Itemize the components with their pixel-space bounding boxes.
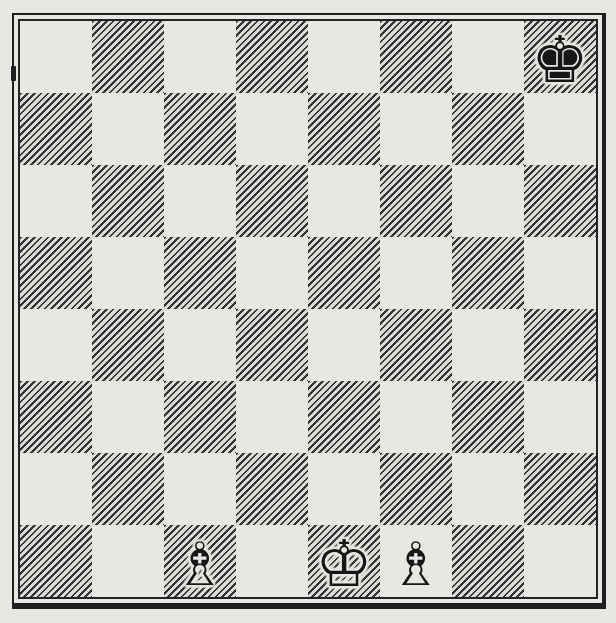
square-d8[interactable] [236,21,308,93]
ink-artifact [11,66,16,81]
square-b5[interactable] [92,237,164,309]
chess-board-inner-frame: ♚♗♔♗ [18,19,598,599]
square-e3[interactable] [308,381,380,453]
square-a1[interactable] [20,525,92,597]
square-d2[interactable] [236,453,308,525]
square-c2[interactable] [164,453,236,525]
piece-black-king[interactable]: ♚ [531,28,588,92]
square-d7[interactable] [236,93,308,165]
square-a5[interactable] [20,237,92,309]
square-g7[interactable] [452,93,524,165]
square-e7[interactable] [308,93,380,165]
square-d6[interactable] [236,165,308,237]
square-g3[interactable] [452,381,524,453]
square-c8[interactable] [164,21,236,93]
square-f8[interactable] [380,21,452,93]
piece-white-bishop[interactable]: ♗ [173,534,227,594]
square-g6[interactable] [452,165,524,237]
square-c3[interactable] [164,381,236,453]
square-a7[interactable] [20,93,92,165]
chess-board-frame: ♚♗♔♗ [12,13,606,609]
square-a8[interactable] [20,21,92,93]
square-g8[interactable] [452,21,524,93]
square-d5[interactable] [236,237,308,309]
square-h6[interactable] [524,165,596,237]
square-f5[interactable] [380,237,452,309]
square-h8[interactable]: ♚ [524,21,596,93]
square-b6[interactable] [92,165,164,237]
square-a3[interactable] [20,381,92,453]
square-b4[interactable] [92,309,164,381]
square-f3[interactable] [380,381,452,453]
piece-white-king[interactable]: ♔ [315,532,372,596]
square-f1[interactable]: ♗ [380,525,452,597]
square-d3[interactable] [236,381,308,453]
square-g1[interactable] [452,525,524,597]
square-a2[interactable] [20,453,92,525]
square-d1[interactable] [236,525,308,597]
square-h5[interactable] [524,237,596,309]
square-d4[interactable] [236,309,308,381]
square-h1[interactable] [524,525,596,597]
square-h7[interactable] [524,93,596,165]
square-c7[interactable] [164,93,236,165]
square-e1[interactable]: ♔ [308,525,380,597]
square-b3[interactable] [92,381,164,453]
square-e6[interactable] [308,165,380,237]
square-b7[interactable] [92,93,164,165]
square-g2[interactable] [452,453,524,525]
square-f7[interactable] [380,93,452,165]
square-e5[interactable] [308,237,380,309]
square-b2[interactable] [92,453,164,525]
square-g5[interactable] [452,237,524,309]
piece-white-bishop[interactable]: ♗ [389,534,443,594]
square-g4[interactable] [452,309,524,381]
square-a6[interactable] [20,165,92,237]
square-b1[interactable] [92,525,164,597]
square-e4[interactable] [308,309,380,381]
square-c6[interactable] [164,165,236,237]
square-a4[interactable] [20,309,92,381]
square-b8[interactable] [92,21,164,93]
square-h4[interactable] [524,309,596,381]
square-f4[interactable] [380,309,452,381]
square-c5[interactable] [164,237,236,309]
square-c1[interactable]: ♗ [164,525,236,597]
square-f2[interactable] [380,453,452,525]
square-h2[interactable] [524,453,596,525]
square-f6[interactable] [380,165,452,237]
square-e8[interactable] [308,21,380,93]
square-e2[interactable] [308,453,380,525]
chess-board: ♚♗♔♗ [20,21,596,597]
square-c4[interactable] [164,309,236,381]
square-h3[interactable] [524,381,596,453]
